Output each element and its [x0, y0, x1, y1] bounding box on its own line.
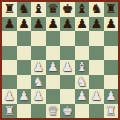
square-h4[interactable] [104, 60, 119, 75]
square-f5[interactable] [75, 46, 90, 61]
square-b4[interactable] [17, 60, 32, 75]
square-a8[interactable]: ♜ [2, 2, 17, 17]
piece-black-pawn: ♟ [4, 17, 15, 30]
piece-white-knight: ♞ [76, 75, 87, 88]
piece-white-pawn: ♟ [47, 61, 58, 74]
square-g4[interactable] [89, 60, 104, 75]
square-c5[interactable] [31, 46, 46, 61]
square-h5[interactable] [104, 46, 119, 61]
square-h8[interactable]: ♜ [104, 2, 119, 17]
square-f1[interactable] [75, 104, 90, 119]
piece-white-pawn: ♟ [4, 90, 15, 103]
square-d5[interactable] [46, 46, 61, 61]
square-f3[interactable]: ♞ [75, 75, 90, 90]
square-g1[interactable] [89, 104, 104, 119]
square-b6[interactable] [17, 31, 32, 46]
piece-black-pawn: ♟ [91, 17, 102, 30]
piece-white-pawn: ♟ [33, 61, 44, 74]
square-c6[interactable] [31, 31, 46, 46]
piece-white-king: ♚ [62, 104, 73, 117]
square-e5[interactable] [60, 46, 75, 61]
piece-black-pawn: ♟ [105, 17, 116, 30]
square-h3[interactable] [104, 75, 119, 90]
square-b5[interactable] [17, 46, 32, 61]
square-g5[interactable] [89, 46, 104, 61]
square-d7[interactable]: ♟ [46, 17, 61, 32]
square-h2[interactable]: ♟ [104, 89, 119, 104]
square-e3[interactable] [60, 75, 75, 90]
piece-white-pawn: ♟ [105, 90, 116, 103]
square-f7[interactable]: ♟ [75, 17, 90, 32]
piece-white-rook: ♜ [4, 104, 15, 117]
piece-black-king: ♚ [62, 3, 73, 16]
square-f2[interactable]: ♟ [75, 89, 90, 104]
piece-white-bishop: ♝ [76, 61, 87, 74]
square-h7[interactable]: ♟ [104, 17, 119, 32]
square-a6[interactable] [2, 31, 17, 46]
piece-white-queen: ♛ [47, 104, 58, 117]
square-a1[interactable]: ♜ [2, 104, 17, 119]
square-a3[interactable] [2, 75, 17, 90]
piece-black-rook: ♜ [4, 3, 15, 16]
square-b7[interactable]: ♟ [17, 17, 32, 32]
piece-black-pawn: ♟ [76, 17, 87, 30]
square-d4[interactable]: ♟ [46, 60, 61, 75]
square-d3[interactable] [46, 75, 61, 90]
square-d8[interactable]: ♛ [46, 2, 61, 17]
square-e7[interactable]: ♟ [60, 17, 75, 32]
square-g6[interactable] [89, 31, 104, 46]
square-a5[interactable] [2, 46, 17, 61]
piece-white-pawn: ♟ [76, 90, 87, 103]
square-c1[interactable] [31, 104, 46, 119]
square-f8[interactable]: ♝ [75, 2, 90, 17]
chess-board: ♜♞♝♛♚♝♞♜♟♟♟♟♟♟♟♟♟♟♟♝♞♞♟♟♟♟♟♟♜♛♚♜ [0, 0, 120, 120]
square-d6[interactable] [46, 31, 61, 46]
square-e1[interactable]: ♚ [60, 104, 75, 119]
square-a2[interactable]: ♟ [2, 89, 17, 104]
piece-black-knight: ♞ [91, 3, 102, 16]
square-g7[interactable]: ♟ [89, 17, 104, 32]
square-c7[interactable]: ♟ [31, 17, 46, 32]
square-d1[interactable]: ♛ [46, 104, 61, 119]
piece-black-knight: ♞ [18, 3, 29, 16]
piece-black-bishop: ♝ [33, 3, 44, 16]
square-b3[interactable] [17, 75, 32, 90]
piece-white-pawn: ♟ [18, 90, 29, 103]
square-d2[interactable] [46, 89, 61, 104]
piece-white-pawn: ♟ [62, 61, 73, 74]
piece-white-rook: ♜ [105, 104, 116, 117]
square-a7[interactable]: ♟ [2, 17, 17, 32]
square-e4[interactable]: ♟ [60, 60, 75, 75]
square-c4[interactable]: ♟ [31, 60, 46, 75]
square-g8[interactable]: ♞ [89, 2, 104, 17]
piece-black-pawn: ♟ [33, 17, 44, 30]
square-g3[interactable] [89, 75, 104, 90]
square-h1[interactable]: ♜ [104, 104, 119, 119]
piece-black-pawn: ♟ [47, 17, 58, 30]
square-e2[interactable] [60, 89, 75, 104]
square-c2[interactable]: ♟ [31, 89, 46, 104]
square-b2[interactable]: ♟ [17, 89, 32, 104]
piece-black-bishop: ♝ [76, 3, 87, 16]
square-b8[interactable]: ♞ [17, 2, 32, 17]
square-c3[interactable]: ♞ [31, 75, 46, 90]
square-f4[interactable]: ♝ [75, 60, 90, 75]
piece-white-knight: ♞ [33, 75, 44, 88]
square-e6[interactable] [60, 31, 75, 46]
square-e8[interactable]: ♚ [60, 2, 75, 17]
square-f6[interactable] [75, 31, 90, 46]
square-g2[interactable]: ♟ [89, 89, 104, 104]
square-h6[interactable] [104, 31, 119, 46]
square-c8[interactable]: ♝ [31, 2, 46, 17]
piece-black-pawn: ♟ [18, 17, 29, 30]
piece-black-rook: ♜ [105, 3, 116, 16]
piece-white-pawn: ♟ [91, 90, 102, 103]
piece-black-pawn: ♟ [62, 17, 73, 30]
square-a4[interactable] [2, 60, 17, 75]
square-b1[interactable] [17, 104, 32, 119]
piece-white-pawn: ♟ [33, 90, 44, 103]
piece-black-queen: ♛ [47, 3, 58, 16]
